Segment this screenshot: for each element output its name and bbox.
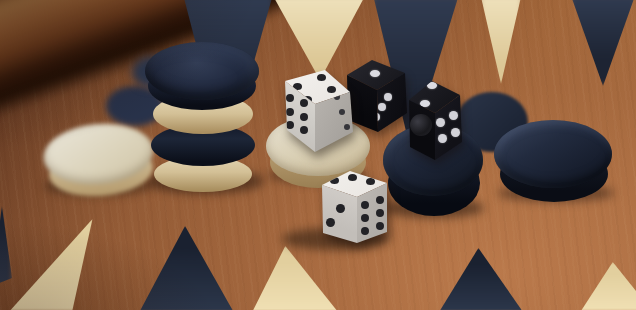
photo-vignette bbox=[0, 0, 636, 310]
backgammon-board-photo bbox=[0, 0, 636, 310]
